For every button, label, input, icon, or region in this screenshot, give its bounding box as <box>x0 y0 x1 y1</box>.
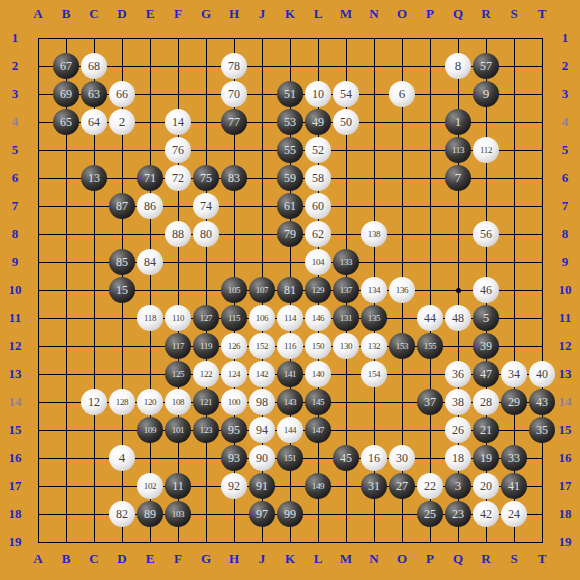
intersection-M7[interactable] <box>332 192 360 220</box>
intersection-F11[interactable]: 110 <box>164 304 192 332</box>
intersection-S8[interactable] <box>500 220 528 248</box>
intersection-T19[interactable] <box>528 528 556 556</box>
intersection-E14[interactable]: 120 <box>136 388 164 416</box>
intersection-Q2[interactable]: 8 <box>444 52 472 80</box>
intersection-B9[interactable] <box>52 248 80 276</box>
intersection-H5[interactable] <box>220 136 248 164</box>
intersection-N13[interactable]: 154 <box>360 360 388 388</box>
intersection-N19[interactable] <box>360 528 388 556</box>
intersection-H9[interactable] <box>220 248 248 276</box>
intersection-P16[interactable] <box>416 444 444 472</box>
intersection-D18[interactable]: 82 <box>108 500 136 528</box>
intersection-F3[interactable] <box>164 80 192 108</box>
intersection-A2[interactable] <box>24 52 52 80</box>
intersection-G18[interactable] <box>192 500 220 528</box>
intersection-L4[interactable]: 49 <box>304 108 332 136</box>
intersection-F19[interactable] <box>164 528 192 556</box>
intersection-Q11[interactable]: 48 <box>444 304 472 332</box>
intersection-L11[interactable]: 146 <box>304 304 332 332</box>
intersection-D6[interactable] <box>108 164 136 192</box>
intersection-D9[interactable]: 85 <box>108 248 136 276</box>
intersection-A17[interactable] <box>24 472 52 500</box>
intersection-M8[interactable] <box>332 220 360 248</box>
intersection-H2[interactable]: 78 <box>220 52 248 80</box>
intersection-O17[interactable]: 27 <box>388 472 416 500</box>
intersection-L3[interactable]: 10 <box>304 80 332 108</box>
intersection-F6[interactable]: 72 <box>164 164 192 192</box>
intersection-J13[interactable]: 142 <box>248 360 276 388</box>
intersection-S6[interactable] <box>500 164 528 192</box>
intersection-L2[interactable] <box>304 52 332 80</box>
intersection-S16[interactable]: 33 <box>500 444 528 472</box>
intersection-S3[interactable] <box>500 80 528 108</box>
intersection-R19[interactable] <box>472 528 500 556</box>
intersection-N9[interactable] <box>360 248 388 276</box>
intersection-N17[interactable]: 31 <box>360 472 388 500</box>
intersection-K4[interactable]: 53 <box>276 108 304 136</box>
intersection-M5[interactable] <box>332 136 360 164</box>
intersection-M9[interactable]: 133 <box>332 248 360 276</box>
intersection-S15[interactable] <box>500 416 528 444</box>
intersection-B18[interactable] <box>52 500 80 528</box>
intersection-E13[interactable] <box>136 360 164 388</box>
intersection-P13[interactable] <box>416 360 444 388</box>
intersection-B17[interactable] <box>52 472 80 500</box>
intersection-O16[interactable]: 30 <box>388 444 416 472</box>
intersection-G10[interactable] <box>192 276 220 304</box>
intersection-N1[interactable] <box>360 24 388 52</box>
intersection-D16[interactable]: 4 <box>108 444 136 472</box>
intersection-D12[interactable] <box>108 332 136 360</box>
intersection-S17[interactable]: 41 <box>500 472 528 500</box>
intersection-F10[interactable] <box>164 276 192 304</box>
intersection-Q12[interactable] <box>444 332 472 360</box>
intersection-E19[interactable] <box>136 528 164 556</box>
intersection-F14[interactable]: 108 <box>164 388 192 416</box>
intersection-B2[interactable]: 67 <box>52 52 80 80</box>
intersection-E2[interactable] <box>136 52 164 80</box>
intersection-T15[interactable]: 35 <box>528 416 556 444</box>
intersection-B6[interactable] <box>52 164 80 192</box>
intersection-A18[interactable] <box>24 500 52 528</box>
intersection-F13[interactable]: 125 <box>164 360 192 388</box>
intersection-R8[interactable]: 56 <box>472 220 500 248</box>
intersection-K6[interactable]: 59 <box>276 164 304 192</box>
intersection-L6[interactable]: 58 <box>304 164 332 192</box>
intersection-E15[interactable]: 109 <box>136 416 164 444</box>
intersection-R13[interactable]: 47 <box>472 360 500 388</box>
intersection-D15[interactable] <box>108 416 136 444</box>
intersection-H14[interactable]: 100 <box>220 388 248 416</box>
intersection-C15[interactable] <box>80 416 108 444</box>
intersection-C1[interactable] <box>80 24 108 52</box>
intersection-E3[interactable] <box>136 80 164 108</box>
intersection-N3[interactable] <box>360 80 388 108</box>
intersection-N10[interactable]: 134 <box>360 276 388 304</box>
intersection-H4[interactable]: 77 <box>220 108 248 136</box>
intersection-T5[interactable] <box>528 136 556 164</box>
intersection-P14[interactable]: 37 <box>416 388 444 416</box>
intersection-L18[interactable] <box>304 500 332 528</box>
intersection-C17[interactable] <box>80 472 108 500</box>
intersection-P8[interactable] <box>416 220 444 248</box>
intersection-D7[interactable]: 87 <box>108 192 136 220</box>
intersection-Q17[interactable]: 3 <box>444 472 472 500</box>
intersection-P4[interactable] <box>416 108 444 136</box>
intersection-N5[interactable] <box>360 136 388 164</box>
intersection-A4[interactable] <box>24 108 52 136</box>
intersection-A7[interactable] <box>24 192 52 220</box>
intersection-L14[interactable]: 145 <box>304 388 332 416</box>
intersection-J19[interactable] <box>248 528 276 556</box>
intersection-O7[interactable] <box>388 192 416 220</box>
intersection-J2[interactable] <box>248 52 276 80</box>
intersection-S19[interactable] <box>500 528 528 556</box>
intersection-G8[interactable]: 80 <box>192 220 220 248</box>
intersection-G12[interactable]: 119 <box>192 332 220 360</box>
intersection-N18[interactable] <box>360 500 388 528</box>
intersection-S14[interactable]: 29 <box>500 388 528 416</box>
intersection-D8[interactable] <box>108 220 136 248</box>
intersection-F9[interactable] <box>164 248 192 276</box>
intersection-R17[interactable]: 20 <box>472 472 500 500</box>
intersection-G6[interactable]: 75 <box>192 164 220 192</box>
intersection-J14[interactable]: 98 <box>248 388 276 416</box>
intersection-O9[interactable] <box>388 248 416 276</box>
intersection-K17[interactable] <box>276 472 304 500</box>
intersection-B13[interactable] <box>52 360 80 388</box>
intersection-O6[interactable] <box>388 164 416 192</box>
intersection-S4[interactable] <box>500 108 528 136</box>
intersection-C6[interactable]: 13 <box>80 164 108 192</box>
intersection-N6[interactable] <box>360 164 388 192</box>
intersection-Q13[interactable]: 36 <box>444 360 472 388</box>
intersection-Q3[interactable] <box>444 80 472 108</box>
intersection-Q16[interactable]: 18 <box>444 444 472 472</box>
intersection-T6[interactable] <box>528 164 556 192</box>
intersection-Q1[interactable] <box>444 24 472 52</box>
intersection-C14[interactable]: 12 <box>80 388 108 416</box>
intersection-R4[interactable] <box>472 108 500 136</box>
intersection-N14[interactable] <box>360 388 388 416</box>
intersection-T17[interactable] <box>528 472 556 500</box>
intersection-P10[interactable] <box>416 276 444 304</box>
intersection-P9[interactable] <box>416 248 444 276</box>
intersection-P15[interactable] <box>416 416 444 444</box>
intersection-K9[interactable] <box>276 248 304 276</box>
intersection-D14[interactable]: 128 <box>108 388 136 416</box>
intersection-A8[interactable] <box>24 220 52 248</box>
intersection-D13[interactable] <box>108 360 136 388</box>
intersection-T16[interactable] <box>528 444 556 472</box>
intersection-H15[interactable]: 95 <box>220 416 248 444</box>
intersection-C9[interactable] <box>80 248 108 276</box>
intersection-O3[interactable]: 6 <box>388 80 416 108</box>
intersection-J15[interactable]: 94 <box>248 416 276 444</box>
intersection-C10[interactable] <box>80 276 108 304</box>
intersection-B11[interactable] <box>52 304 80 332</box>
intersection-D5[interactable] <box>108 136 136 164</box>
intersection-B4[interactable]: 65 <box>52 108 80 136</box>
intersection-B7[interactable] <box>52 192 80 220</box>
intersection-C12[interactable] <box>80 332 108 360</box>
intersection-F15[interactable]: 101 <box>164 416 192 444</box>
intersection-K10[interactable]: 81 <box>276 276 304 304</box>
intersection-O1[interactable] <box>388 24 416 52</box>
intersection-G17[interactable] <box>192 472 220 500</box>
intersection-K1[interactable] <box>276 24 304 52</box>
intersection-E16[interactable] <box>136 444 164 472</box>
intersection-L8[interactable]: 62 <box>304 220 332 248</box>
intersection-F8[interactable]: 88 <box>164 220 192 248</box>
intersection-B16[interactable] <box>52 444 80 472</box>
intersection-T13[interactable]: 40 <box>528 360 556 388</box>
intersection-G16[interactable] <box>192 444 220 472</box>
intersection-T8[interactable] <box>528 220 556 248</box>
intersection-T1[interactable] <box>528 24 556 52</box>
intersection-O11[interactable] <box>388 304 416 332</box>
intersection-R1[interactable] <box>472 24 500 52</box>
intersection-D1[interactable] <box>108 24 136 52</box>
intersection-C11[interactable] <box>80 304 108 332</box>
intersection-A1[interactable] <box>24 24 52 52</box>
intersection-L5[interactable]: 52 <box>304 136 332 164</box>
intersection-A19[interactable] <box>24 528 52 556</box>
intersection-E4[interactable] <box>136 108 164 136</box>
intersection-J10[interactable]: 107 <box>248 276 276 304</box>
intersection-M16[interactable]: 45 <box>332 444 360 472</box>
intersection-H1[interactable] <box>220 24 248 52</box>
intersection-Q6[interactable]: 7 <box>444 164 472 192</box>
intersection-P6[interactable] <box>416 164 444 192</box>
intersection-A16[interactable] <box>24 444 52 472</box>
intersection-G5[interactable] <box>192 136 220 164</box>
intersection-G4[interactable] <box>192 108 220 136</box>
intersection-B8[interactable] <box>52 220 80 248</box>
intersection-O18[interactable] <box>388 500 416 528</box>
intersection-F18[interactable]: 103 <box>164 500 192 528</box>
intersection-G13[interactable]: 122 <box>192 360 220 388</box>
intersection-C13[interactable] <box>80 360 108 388</box>
intersection-M1[interactable] <box>332 24 360 52</box>
intersection-Q15[interactable]: 26 <box>444 416 472 444</box>
intersection-K3[interactable]: 51 <box>276 80 304 108</box>
intersection-A10[interactable] <box>24 276 52 304</box>
intersection-J1[interactable] <box>248 24 276 52</box>
intersection-N4[interactable] <box>360 108 388 136</box>
intersection-P12[interactable]: 155 <box>416 332 444 360</box>
intersection-J6[interactable] <box>248 164 276 192</box>
intersection-D19[interactable] <box>108 528 136 556</box>
intersection-J11[interactable]: 106 <box>248 304 276 332</box>
intersection-O5[interactable] <box>388 136 416 164</box>
intersection-R3[interactable]: 9 <box>472 80 500 108</box>
intersection-M13[interactable] <box>332 360 360 388</box>
intersection-K16[interactable]: 151 <box>276 444 304 472</box>
intersection-R14[interactable]: 28 <box>472 388 500 416</box>
intersection-S7[interactable] <box>500 192 528 220</box>
intersection-C3[interactable]: 63 <box>80 80 108 108</box>
intersection-H16[interactable]: 93 <box>220 444 248 472</box>
intersection-Q4[interactable]: 1 <box>444 108 472 136</box>
intersection-O19[interactable] <box>388 528 416 556</box>
intersection-F12[interactable]: 117 <box>164 332 192 360</box>
intersection-E10[interactable] <box>136 276 164 304</box>
intersection-L15[interactable]: 147 <box>304 416 332 444</box>
intersection-T14[interactable]: 43 <box>528 388 556 416</box>
intersection-J3[interactable] <box>248 80 276 108</box>
intersection-L7[interactable]: 60 <box>304 192 332 220</box>
intersection-G2[interactable] <box>192 52 220 80</box>
intersection-T12[interactable] <box>528 332 556 360</box>
intersection-E18[interactable]: 89 <box>136 500 164 528</box>
intersection-N16[interactable]: 16 <box>360 444 388 472</box>
intersection-E9[interactable]: 84 <box>136 248 164 276</box>
intersection-L19[interactable] <box>304 528 332 556</box>
intersection-T7[interactable] <box>528 192 556 220</box>
intersection-T11[interactable] <box>528 304 556 332</box>
intersection-S2[interactable] <box>500 52 528 80</box>
intersection-S11[interactable] <box>500 304 528 332</box>
intersection-P2[interactable] <box>416 52 444 80</box>
intersection-K14[interactable]: 143 <box>276 388 304 416</box>
intersection-D4[interactable]: 2 <box>108 108 136 136</box>
intersection-L12[interactable]: 150 <box>304 332 332 360</box>
intersection-E5[interactable] <box>136 136 164 164</box>
intersection-M6[interactable] <box>332 164 360 192</box>
intersection-C18[interactable] <box>80 500 108 528</box>
intersection-J17[interactable]: 91 <box>248 472 276 500</box>
intersection-F7[interactable] <box>164 192 192 220</box>
intersection-R18[interactable]: 42 <box>472 500 500 528</box>
intersection-H6[interactable]: 83 <box>220 164 248 192</box>
intersection-B5[interactable] <box>52 136 80 164</box>
intersection-K12[interactable]: 116 <box>276 332 304 360</box>
intersection-G19[interactable] <box>192 528 220 556</box>
intersection-R2[interactable]: 57 <box>472 52 500 80</box>
intersection-H17[interactable]: 92 <box>220 472 248 500</box>
intersection-H13[interactable]: 124 <box>220 360 248 388</box>
intersection-B19[interactable] <box>52 528 80 556</box>
intersection-R7[interactable] <box>472 192 500 220</box>
intersection-Q14[interactable]: 38 <box>444 388 472 416</box>
intersection-J4[interactable] <box>248 108 276 136</box>
intersection-T2[interactable] <box>528 52 556 80</box>
intersection-R9[interactable] <box>472 248 500 276</box>
intersection-O2[interactable] <box>388 52 416 80</box>
intersection-A9[interactable] <box>24 248 52 276</box>
intersection-F1[interactable] <box>164 24 192 52</box>
intersection-R16[interactable]: 19 <box>472 444 500 472</box>
intersection-O12[interactable]: 153 <box>388 332 416 360</box>
intersection-B14[interactable] <box>52 388 80 416</box>
intersection-K8[interactable]: 79 <box>276 220 304 248</box>
intersection-M10[interactable]: 137 <box>332 276 360 304</box>
intersection-R12[interactable]: 39 <box>472 332 500 360</box>
intersection-K13[interactable]: 141 <box>276 360 304 388</box>
intersection-S5[interactable] <box>500 136 528 164</box>
intersection-Q9[interactable] <box>444 248 472 276</box>
intersection-H3[interactable]: 70 <box>220 80 248 108</box>
intersection-B10[interactable] <box>52 276 80 304</box>
intersection-Q7[interactable] <box>444 192 472 220</box>
intersection-A14[interactable] <box>24 388 52 416</box>
intersection-P5[interactable] <box>416 136 444 164</box>
intersection-B12[interactable] <box>52 332 80 360</box>
intersection-C19[interactable] <box>80 528 108 556</box>
intersection-G7[interactable]: 74 <box>192 192 220 220</box>
intersection-N15[interactable] <box>360 416 388 444</box>
intersection-S18[interactable]: 24 <box>500 500 528 528</box>
intersection-S10[interactable] <box>500 276 528 304</box>
intersection-K5[interactable]: 55 <box>276 136 304 164</box>
intersection-J8[interactable] <box>248 220 276 248</box>
intersection-H10[interactable]: 105 <box>220 276 248 304</box>
intersection-G9[interactable] <box>192 248 220 276</box>
intersection-R11[interactable]: 5 <box>472 304 500 332</box>
intersection-Q5[interactable]: 113 <box>444 136 472 164</box>
intersection-J5[interactable] <box>248 136 276 164</box>
intersection-D11[interactable] <box>108 304 136 332</box>
intersection-P18[interactable]: 25 <box>416 500 444 528</box>
intersection-H12[interactable]: 126 <box>220 332 248 360</box>
intersection-M4[interactable]: 50 <box>332 108 360 136</box>
intersection-J18[interactable]: 97 <box>248 500 276 528</box>
intersection-B15[interactable] <box>52 416 80 444</box>
intersection-M14[interactable] <box>332 388 360 416</box>
intersection-F17[interactable]: 11 <box>164 472 192 500</box>
intersection-O8[interactable] <box>388 220 416 248</box>
intersection-G14[interactable]: 121 <box>192 388 220 416</box>
intersection-E8[interactable] <box>136 220 164 248</box>
intersection-G1[interactable] <box>192 24 220 52</box>
intersection-Q10[interactable] <box>444 276 472 304</box>
intersection-F4[interactable]: 14 <box>164 108 192 136</box>
intersection-M15[interactable] <box>332 416 360 444</box>
intersection-G15[interactable]: 123 <box>192 416 220 444</box>
intersection-M11[interactable]: 131 <box>332 304 360 332</box>
intersection-R15[interactable]: 21 <box>472 416 500 444</box>
intersection-A13[interactable] <box>24 360 52 388</box>
intersection-A11[interactable] <box>24 304 52 332</box>
intersection-O10[interactable]: 136 <box>388 276 416 304</box>
intersection-T3[interactable] <box>528 80 556 108</box>
intersection-H8[interactable] <box>220 220 248 248</box>
intersection-A12[interactable] <box>24 332 52 360</box>
intersection-A3[interactable] <box>24 80 52 108</box>
intersection-M2[interactable] <box>332 52 360 80</box>
intersection-J12[interactable]: 152 <box>248 332 276 360</box>
intersection-N8[interactable]: 138 <box>360 220 388 248</box>
intersection-L16[interactable] <box>304 444 332 472</box>
intersection-L13[interactable]: 140 <box>304 360 332 388</box>
intersection-T10[interactable] <box>528 276 556 304</box>
intersection-T4[interactable] <box>528 108 556 136</box>
intersection-S1[interactable] <box>500 24 528 52</box>
intersection-D10[interactable]: 15 <box>108 276 136 304</box>
intersection-K11[interactable]: 114 <box>276 304 304 332</box>
intersection-B1[interactable] <box>52 24 80 52</box>
intersection-E11[interactable]: 118 <box>136 304 164 332</box>
intersection-Q19[interactable] <box>444 528 472 556</box>
intersection-P19[interactable] <box>416 528 444 556</box>
intersection-K18[interactable]: 99 <box>276 500 304 528</box>
intersection-E1[interactable] <box>136 24 164 52</box>
intersection-L9[interactable]: 104 <box>304 248 332 276</box>
intersection-D2[interactable] <box>108 52 136 80</box>
intersection-P7[interactable] <box>416 192 444 220</box>
intersection-C5[interactable] <box>80 136 108 164</box>
